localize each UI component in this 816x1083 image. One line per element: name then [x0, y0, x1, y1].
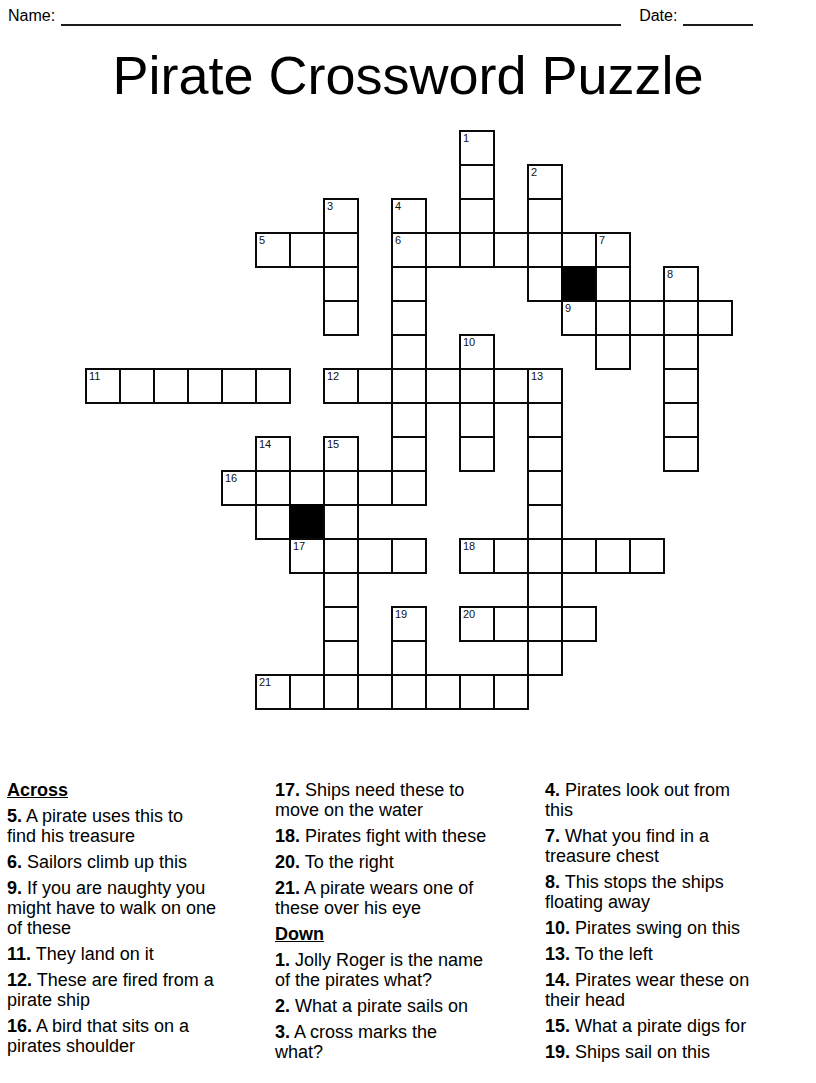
- clue-text: Ships need these to move on the water: [275, 780, 464, 820]
- cell-number: 18: [463, 541, 475, 552]
- clue-number-label: 2.: [275, 996, 290, 1016]
- clue-number-label: 13.: [545, 944, 570, 964]
- clue-number-label: 12.: [7, 970, 32, 990]
- cell-number: 19: [395, 609, 407, 620]
- clue-item: 2. What a pirate sails on: [275, 996, 531, 1016]
- cell-number: 7: [599, 235, 605, 246]
- cell-number: 4: [395, 201, 401, 212]
- grid-cell[interactable]: [357, 538, 393, 574]
- clue-section-header: Down: [275, 924, 531, 944]
- grid-cell[interactable]: [527, 402, 563, 438]
- clue-item: 9. If you are naughty you might have to …: [7, 878, 259, 938]
- clue-item: 12. These are fired from a pirate ship: [7, 970, 259, 1010]
- grid-cell[interactable]: [357, 368, 393, 404]
- cell-number: 16: [225, 473, 237, 484]
- clue-number-label: 21.: [275, 878, 300, 898]
- grid-cell[interactable]: [493, 674, 529, 710]
- grid-cell[interactable]: [493, 232, 529, 268]
- clue-number-label: 1.: [275, 950, 290, 970]
- clue-text: Pirates wear these on their head: [545, 970, 749, 1010]
- clue-text: What a pirate sails on: [295, 996, 468, 1016]
- clue-item: 6. Sailors climb up this: [7, 852, 259, 872]
- grid-cell[interactable]: [459, 164, 495, 200]
- grid-cell[interactable]: [527, 266, 563, 302]
- grid-cell[interactable]: [391, 674, 427, 710]
- grid-cell[interactable]: [527, 470, 563, 506]
- cell-number: 14: [259, 439, 271, 450]
- cell-number: 21: [259, 677, 271, 688]
- clue-number-label: 5.: [7, 806, 22, 826]
- black-cell: [289, 504, 325, 540]
- clue-item: 17. Ships need these to move on the wate…: [275, 780, 531, 820]
- cell-number: 6: [395, 235, 401, 246]
- grid-cell[interactable]: [493, 606, 529, 642]
- grid-cell[interactable]: [595, 538, 631, 574]
- clue-text: A pirate uses this to find his treasure: [7, 806, 183, 846]
- clue-number-label: 16.: [7, 1016, 32, 1036]
- grid-cell[interactable]: [663, 334, 699, 370]
- clue-number-label: 3.: [275, 1022, 290, 1042]
- grid-cell[interactable]: [459, 436, 495, 472]
- grid-cell[interactable]: [663, 300, 699, 336]
- grid-cell[interactable]: [561, 538, 597, 574]
- grid-cell[interactable]: [119, 368, 155, 404]
- cell-number: 12: [327, 371, 339, 382]
- grid-cell[interactable]: [289, 470, 325, 506]
- name-label: Name:: [8, 6, 55, 26]
- clue-text: A pirate wears one of these over his eye: [275, 878, 473, 918]
- grid-cell[interactable]: [323, 266, 359, 302]
- clue-text: To the left: [575, 944, 653, 964]
- cell-number: 2: [531, 167, 537, 178]
- cell-number: 17: [293, 541, 305, 552]
- clue-text: Sailors climb up this: [27, 852, 187, 872]
- grid-cell[interactable]: [527, 232, 563, 268]
- clue-item: 13. To the left: [545, 944, 805, 964]
- clue-text: To the right: [305, 852, 394, 872]
- clue-item: 4. Pirates look out from this: [545, 780, 805, 820]
- grid-cell[interactable]: [323, 674, 359, 710]
- cell-number: 1: [463, 133, 469, 144]
- grid-cell[interactable]: [697, 300, 733, 336]
- grid-cell[interactable]: [391, 640, 427, 676]
- grid-cell[interactable]: [323, 572, 359, 608]
- grid-cell[interactable]: [323, 640, 359, 676]
- clue-item: 21. A pirate wears one of these over his…: [275, 878, 531, 918]
- clue-number-label: 18.: [275, 826, 300, 846]
- grid-cell[interactable]: [459, 402, 495, 438]
- grid-cell[interactable]: [493, 368, 529, 404]
- grid-cell[interactable]: [663, 368, 699, 404]
- clue-item: 14. Pirates wear these on their head: [545, 970, 805, 1010]
- grid-cell[interactable]: [595, 300, 631, 336]
- clue-number-label: 8.: [545, 872, 560, 892]
- clue-item: 5. A pirate uses this to find his treasu…: [7, 806, 259, 846]
- grid-cell[interactable]: [357, 470, 393, 506]
- grid-cell[interactable]: [391, 266, 427, 302]
- clue-item: 15. What a pirate digs for: [545, 1016, 805, 1036]
- crossword-grid: 123456789101112131415161718192021: [85, 130, 733, 710]
- clue-number-label: 7.: [545, 826, 560, 846]
- clue-section-header: Across: [7, 780, 259, 800]
- grid-cell[interactable]: [561, 232, 597, 268]
- clue-number-label: 11.: [7, 944, 31, 964]
- cell-number: 11: [89, 371, 100, 382]
- grid-cell[interactable]: [425, 674, 461, 710]
- cell-number: 13: [531, 371, 543, 382]
- grid-cell[interactable]: [391, 436, 427, 472]
- clue-number-label: 6.: [7, 852, 22, 872]
- clue-text: Jolly Roger is the name of the pirates w…: [275, 950, 483, 990]
- clue-text: Pirates fight with these: [305, 826, 486, 846]
- cell-number: 20: [463, 609, 475, 620]
- cell-number: 3: [327, 201, 333, 212]
- clue-item: 1. Jolly Roger is the name of the pirate…: [275, 950, 531, 990]
- clue-number-label: 17.: [275, 780, 300, 800]
- grid-cell[interactable]: [527, 198, 563, 234]
- grid-cell[interactable]: [459, 368, 495, 404]
- grid-cell[interactable]: [425, 368, 461, 404]
- grid-cell[interactable]: [493, 538, 529, 574]
- grid-cell[interactable]: [527, 538, 563, 574]
- grid-cell[interactable]: [527, 572, 563, 608]
- grid-cell[interactable]: [357, 674, 393, 710]
- clue-text: What a pirate digs for: [575, 1016, 746, 1036]
- grid-cell[interactable]: [323, 504, 359, 540]
- clue-text: They land on it: [36, 944, 154, 964]
- grid-cell[interactable]: [153, 368, 189, 404]
- clue-item: 20. To the right: [275, 852, 531, 872]
- cell-number: 15: [327, 439, 339, 450]
- clue-item: 3. A cross marks the what?: [275, 1022, 531, 1062]
- grid-cell[interactable]: [425, 232, 461, 268]
- grid-cell[interactable]: [663, 436, 699, 472]
- grid-cell[interactable]: [527, 606, 563, 642]
- cell-number: 5: [259, 235, 265, 246]
- grid-cell[interactable]: [391, 470, 427, 506]
- clue-text: This stops the ships floating away: [545, 872, 724, 912]
- grid-cell[interactable]: [391, 538, 427, 574]
- grid-cell[interactable]: [595, 334, 631, 370]
- clue-text: A cross marks the what?: [275, 1022, 437, 1062]
- clue-text: These are fired from a pirate ship: [7, 970, 214, 1010]
- grid-cell[interactable]: [289, 674, 325, 710]
- clue-item: 10. Pirates swing on this: [545, 918, 805, 938]
- grid-cell[interactable]: [391, 368, 427, 404]
- clue-text: Pirates swing on this: [575, 918, 740, 938]
- clue-column-2: 17. Ships need these to move on the wate…: [275, 780, 531, 1068]
- grid-cell[interactable]: [527, 436, 563, 472]
- name-input-line[interactable]: [61, 6, 621, 26]
- grid-cell[interactable]: [595, 266, 631, 302]
- grid-cell[interactable]: [561, 606, 597, 642]
- clue-number-label: 15.: [545, 1016, 570, 1036]
- grid-cell[interactable]: [459, 674, 495, 710]
- clue-text: What you find in a treasure chest: [545, 826, 709, 866]
- grid-cell[interactable]: [323, 232, 359, 268]
- grid-cell[interactable]: [527, 640, 563, 676]
- grid-cell[interactable]: [289, 232, 325, 268]
- clue-item: 16. A bird that sits on a pirates should…: [7, 1016, 259, 1056]
- clue-item: 8. This stops the ships floating away: [545, 872, 805, 912]
- clue-item: 19. Ships sail on this: [545, 1042, 805, 1062]
- grid-cell[interactable]: [629, 538, 665, 574]
- clue-text: A bird that sits on a pirates shoulder: [7, 1016, 189, 1056]
- clue-number-label: 20.: [275, 852, 300, 872]
- clue-column-3: 4. Pirates look out from this7. What you…: [545, 780, 805, 1068]
- grid-cell[interactable]: [391, 300, 427, 336]
- clue-number-label: 9.: [7, 878, 22, 898]
- black-cell: [561, 266, 597, 302]
- grid-cell[interactable]: [629, 300, 665, 336]
- clue-text: If you are naughty you might have to wal…: [7, 878, 216, 938]
- clue-item: 11. They land on it: [7, 944, 259, 964]
- grid-cell[interactable]: [255, 368, 291, 404]
- grid-cell[interactable]: [323, 538, 359, 574]
- grid-cell[interactable]: [255, 504, 291, 540]
- clue-item: 7. What you find in a treasure chest: [545, 826, 805, 866]
- grid-cell[interactable]: [391, 334, 427, 370]
- cell-number: 10: [463, 337, 475, 348]
- grid-cell[interactable]: [187, 368, 223, 404]
- grid-cell[interactable]: [323, 300, 359, 336]
- grid-cell[interactable]: [527, 504, 563, 540]
- grid-cell[interactable]: [323, 606, 359, 642]
- header-row: Name: Date:: [8, 6, 774, 26]
- grid-cell[interactable]: [221, 368, 257, 404]
- grid-cell[interactable]: [255, 470, 291, 506]
- page-title: Pirate Crossword Puzzle: [0, 44, 816, 106]
- clue-number-label: 4.: [545, 780, 560, 800]
- grid-cell[interactable]: [391, 402, 427, 438]
- clue-text: Ships sail on this: [575, 1042, 710, 1062]
- date-label: Date:: [639, 6, 677, 26]
- grid-cell[interactable]: [323, 470, 359, 506]
- grid-cell[interactable]: [663, 402, 699, 438]
- clue-number-label: 19.: [545, 1042, 570, 1062]
- clue-item: 18. Pirates fight with these: [275, 826, 531, 846]
- grid-cell[interactable]: [459, 232, 495, 268]
- clue-text: Pirates look out from this: [545, 780, 730, 820]
- cell-number: 8: [667, 269, 673, 280]
- clue-number-label: 14.: [545, 970, 570, 990]
- clue-column-1: Across5. A pirate uses this to find his …: [7, 780, 259, 1062]
- cell-number: 9: [565, 303, 571, 314]
- grid-cell[interactable]: [459, 198, 495, 234]
- date-input-line[interactable]: [683, 6, 753, 26]
- clue-number-label: 10.: [545, 918, 570, 938]
